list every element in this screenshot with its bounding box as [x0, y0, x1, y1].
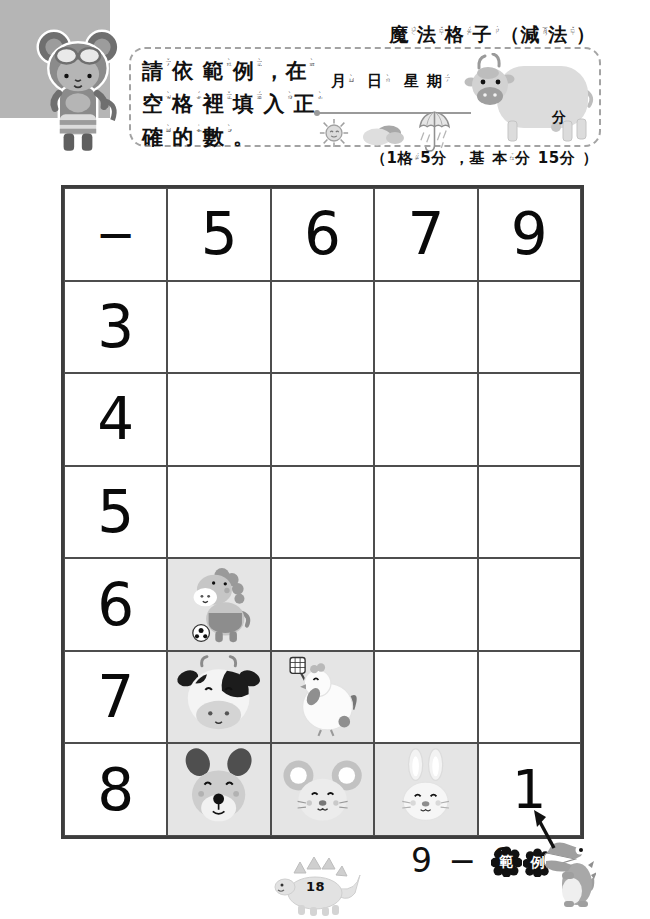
- blocked-cell-r6-c5-horse: [167, 558, 270, 651]
- mouse-face-illustration: [278, 748, 367, 831]
- blocked-cell-r7-c5-cow: [167, 651, 270, 744]
- answer-cell-r5-c9[interactable]: [478, 466, 581, 559]
- blocked-cell-r7-c6-chicken: [271, 651, 374, 744]
- answer-cell-r3-c5[interactable]: [167, 281, 270, 374]
- page-number-dinosaur-illustration: 18: [270, 857, 362, 917]
- example-badge-fan: 範: [491, 846, 522, 877]
- answer-cell-r4-c9[interactable]: [478, 373, 581, 466]
- blocked-cell-r8-c6-mouse: [271, 743, 374, 836]
- answer-cell-r6-c7[interactable]: [374, 558, 477, 651]
- cow-illustration: [464, 53, 594, 145]
- answer-cell-r5-c7[interactable]: [374, 466, 477, 559]
- dog-face-illustration: [174, 748, 263, 831]
- blocked-cell-r8-c7-rabbit: [374, 743, 477, 836]
- answer-cell-r6-c9[interactable]: [478, 558, 581, 651]
- row-header-3: 3: [64, 281, 167, 374]
- answer-cell-r4-c7[interactable]: [374, 373, 477, 466]
- page-title: 魔ㄇㄛˊ法ㄈㄚˇ格ㄍㄜˊ子ㄗ˙（減ㄐㄧㄢˇ法ㄈㄚˇ）: [389, 22, 596, 48]
- row-header-6: 6: [64, 558, 167, 651]
- blocked-cell-r8-c5-dog: [167, 743, 270, 836]
- date-labels: 月ㄩㄝˋ日ㄖˋ星ㄒㄧㄥ期ㄑㄧˊ: [331, 72, 450, 91]
- horse-illustration: [174, 563, 263, 646]
- worksheet-page: 魔ㄇㄛˊ法ㄈㄚˇ格ㄍㄜˊ子ㄗ˙（減ㄐㄧㄢˇ法ㄈㄚˇ） 請ㄑㄧㄥˇ依ㄧ範ㄈㄢˋ例ㄌ…: [0, 0, 650, 919]
- instruction-text: 請ㄑㄧㄥˇ依ㄧ範ㄈㄢˋ例ㄌㄧˋ，在ㄗㄞˋ 空ㄎㄨㄥˋ格ㄍㄜˊ裡ㄌㄧˇ填ㄊㄧㄢˊ入…: [142, 56, 347, 155]
- rabbit-face-illustration: [381, 748, 470, 831]
- instruction-line-1: 請ㄑㄧㄥˇ依ㄧ範ㄈㄢˋ例ㄌㄧˋ，在ㄗㄞˋ: [142, 56, 347, 89]
- instruction-line-3: 確ㄑㄩㄝˋ的ㄉㄜ˙數ㄕㄨˋ。: [142, 122, 347, 155]
- row-header-5: 5: [64, 466, 167, 559]
- example-arrow-icon: [528, 806, 560, 852]
- answer-cell-r5-c5[interactable]: [167, 466, 270, 559]
- mouse-mascot-illustration: [30, 26, 126, 158]
- clouds-weather-icon[interactable]: [362, 123, 406, 147]
- answer-cell-r7-c9[interactable]: [478, 651, 581, 744]
- badge-char-fan: 範: [491, 846, 522, 877]
- answer-cell-r3-c7[interactable]: [374, 281, 477, 374]
- col-header-5: 5: [167, 188, 270, 281]
- operator-cell: −: [64, 188, 167, 281]
- answer-cell-r4-c6[interactable]: [271, 373, 374, 466]
- answer-cell-r5-c6[interactable]: [271, 466, 374, 559]
- subtraction-grid: − 5 6 7 9 3 4 5 6: [61, 185, 584, 839]
- mouse-mascot-icon: [30, 26, 126, 160]
- minus-operator: −: [96, 206, 136, 262]
- cow-face-illustration: [174, 655, 263, 738]
- row-header-4: 4: [64, 373, 167, 466]
- score-note: （1格ㄍㄜˊ5分ㄈㄣ，基ㄐㄧ本ㄅㄣˇ分ㄈㄣ15分ㄈㄣ）: [371, 149, 598, 168]
- col-header-7: 7: [374, 188, 477, 281]
- chicken-illustration: [278, 655, 367, 738]
- answer-cell-r4-c5[interactable]: [167, 373, 270, 466]
- row-header-8: 8: [64, 743, 167, 836]
- col-header-6: 6: [271, 188, 374, 281]
- answer-cell-r6-c6[interactable]: [271, 558, 374, 651]
- col-header-9: 9: [478, 188, 581, 281]
- answer-cell-r3-c9[interactable]: [478, 281, 581, 374]
- row-header-7: 7: [64, 651, 167, 744]
- page-number: 18: [306, 879, 325, 894]
- instruction-line-2: 空ㄎㄨㄥˋ格ㄍㄜˊ裡ㄌㄧˇ填ㄊㄧㄢˊ入ㄖㄨˋ正ㄓㄥˋ: [142, 89, 347, 122]
- answer-cell-r3-c6[interactable]: [271, 281, 374, 374]
- score-unit-label: 分ㄈㄣ: [552, 109, 573, 127]
- answer-cell-r7-c7[interactable]: [374, 651, 477, 744]
